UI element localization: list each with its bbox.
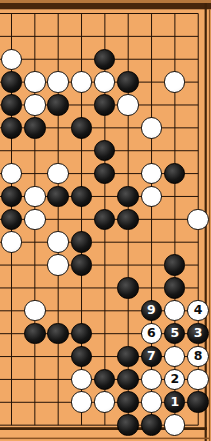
intersection[interactable]: [46, 162, 69, 185]
intersection[interactable]: [0, 139, 23, 162]
intersection[interactable]: [186, 391, 209, 414]
intersection[interactable]: [70, 276, 93, 299]
intersection[interactable]: 6: [140, 322, 163, 345]
intersection[interactable]: [186, 94, 209, 117]
intersection[interactable]: [116, 48, 139, 71]
intersection[interactable]: [23, 48, 46, 71]
white-stone: [94, 391, 115, 412]
intersection[interactable]: [23, 322, 46, 345]
intersection[interactable]: [70, 391, 93, 414]
white-stone: [24, 71, 45, 92]
intersection[interactable]: [116, 71, 139, 94]
move-number: 9: [147, 304, 156, 317]
black-stone: [24, 323, 45, 344]
intersection[interactable]: [46, 231, 69, 254]
intersection[interactable]: [186, 139, 209, 162]
black-stone: [71, 346, 92, 367]
intersection[interactable]: [163, 345, 186, 368]
intersection[interactable]: [0, 162, 23, 185]
intersection[interactable]: [163, 299, 186, 322]
intersection[interactable]: [163, 208, 186, 231]
white-stone: [1, 163, 22, 184]
white-stone: [71, 391, 92, 412]
intersection[interactable]: [93, 162, 116, 185]
black-stone: [117, 277, 138, 298]
black-stone: [164, 254, 185, 275]
intersection[interactable]: [23, 345, 46, 368]
white-stone: [47, 231, 68, 252]
intersection[interactable]: [116, 322, 139, 345]
white-stone: [71, 369, 92, 390]
white-stone: [164, 346, 185, 367]
intersection[interactable]: [0, 391, 23, 414]
black-stone: [187, 391, 208, 412]
intersection[interactable]: [163, 414, 186, 437]
white-stone: [24, 300, 45, 321]
white-stone: 2: [164, 369, 185, 390]
black-stone: [71, 231, 92, 252]
intersection[interactable]: [93, 2, 116, 25]
intersection[interactable]: [0, 25, 23, 48]
intersection[interactable]: [116, 368, 139, 391]
black-stone: [164, 163, 185, 184]
move-number: 7: [147, 350, 156, 363]
intersection[interactable]: [116, 2, 139, 25]
intersection[interactable]: [93, 185, 116, 208]
white-stone: [141, 117, 162, 138]
intersection[interactable]: [46, 345, 69, 368]
intersection[interactable]: [23, 116, 46, 139]
black-stone: 5: [164, 323, 185, 344]
intersection[interactable]: [70, 231, 93, 254]
black-stone: 9: [141, 300, 162, 321]
intersection[interactable]: [116, 276, 139, 299]
intersection[interactable]: [163, 48, 186, 71]
intersection[interactable]: [23, 94, 46, 117]
move-number: 4: [194, 304, 203, 317]
intersection[interactable]: [46, 94, 69, 117]
intersection[interactable]: [23, 71, 46, 94]
intersection[interactable]: [163, 162, 186, 185]
intersection[interactable]: [23, 414, 46, 437]
intersection[interactable]: [116, 25, 139, 48]
white-stone: 4: [187, 300, 208, 321]
intersection[interactable]: [93, 254, 116, 277]
intersection[interactable]: [46, 368, 69, 391]
black-stone: 3: [187, 323, 208, 344]
intersection[interactable]: [116, 231, 139, 254]
intersection[interactable]: [46, 254, 69, 277]
intersection[interactable]: [186, 2, 209, 25]
intersection[interactable]: [0, 345, 23, 368]
intersection[interactable]: 8: [186, 345, 209, 368]
intersection[interactable]: [140, 116, 163, 139]
intersection[interactable]: [0, 368, 23, 391]
intersection[interactable]: [116, 185, 139, 208]
intersection[interactable]: [0, 208, 23, 231]
white-stone: [24, 186, 45, 207]
white-stone: [164, 414, 185, 435]
intersection[interactable]: [186, 162, 209, 185]
intersection[interactable]: [70, 185, 93, 208]
intersection[interactable]: [23, 231, 46, 254]
black-stone: [117, 209, 138, 230]
black-stone: [1, 209, 22, 230]
move-number: 1: [170, 396, 179, 409]
intersection[interactable]: [186, 185, 209, 208]
intersection[interactable]: [93, 391, 116, 414]
intersection[interactable]: [70, 25, 93, 48]
intersection[interactable]: [0, 414, 23, 437]
white-stone: [1, 49, 22, 70]
intersection[interactable]: [93, 71, 116, 94]
intersection[interactable]: [93, 208, 116, 231]
intersection[interactable]: [140, 254, 163, 277]
intersection[interactable]: [0, 276, 23, 299]
intersection[interactable]: [70, 345, 93, 368]
black-stone: [71, 323, 92, 344]
intersection[interactable]: [93, 414, 116, 437]
intersection[interactable]: [70, 299, 93, 322]
move-number: 5: [170, 327, 179, 340]
black-stone: [94, 369, 115, 390]
black-stone: [117, 369, 138, 390]
intersection[interactable]: [93, 116, 116, 139]
white-stone: 6: [141, 323, 162, 344]
intersection[interactable]: [23, 368, 46, 391]
intersection[interactable]: [70, 2, 93, 25]
intersection[interactable]: [46, 2, 69, 25]
intersection[interactable]: [0, 2, 23, 25]
intersection[interactable]: [23, 208, 46, 231]
intersection[interactable]: [70, 254, 93, 277]
white-stone: [164, 71, 185, 92]
intersection[interactable]: [70, 322, 93, 345]
intersection[interactable]: [70, 162, 93, 185]
intersection[interactable]: [140, 208, 163, 231]
black-stone: [24, 117, 45, 138]
intersection[interactable]: [116, 94, 139, 117]
white-stone: [187, 209, 208, 230]
intersection[interactable]: [186, 414, 209, 437]
intersection[interactable]: [140, 48, 163, 71]
black-stone: [47, 186, 68, 207]
black-stone: [71, 117, 92, 138]
black-stone: [94, 209, 115, 230]
intersection[interactable]: [93, 345, 116, 368]
white-stone: [47, 254, 68, 275]
black-stone: [117, 186, 138, 207]
intersection[interactable]: [186, 25, 209, 48]
white-stone: [187, 369, 208, 390]
intersection[interactable]: [186, 254, 209, 277]
intersection[interactable]: [140, 391, 163, 414]
intersection[interactable]: [0, 231, 23, 254]
intersection[interactable]: [93, 368, 116, 391]
intersection[interactable]: [116, 345, 139, 368]
intersection[interactable]: [46, 71, 69, 94]
black-stone: [47, 94, 68, 115]
black-stone: [1, 71, 22, 92]
intersection[interactable]: [46, 139, 69, 162]
intersection[interactable]: [140, 139, 163, 162]
intersection[interactable]: [140, 94, 163, 117]
black-stone: [164, 277, 185, 298]
intersection[interactable]: [186, 368, 209, 391]
intersection[interactable]: [93, 231, 116, 254]
black-stone: [141, 414, 162, 435]
intersection[interactable]: [46, 299, 69, 322]
intersection[interactable]: [23, 25, 46, 48]
intersection[interactable]: [163, 71, 186, 94]
black-stone: [94, 49, 115, 70]
intersection[interactable]: [163, 185, 186, 208]
intersection[interactable]: [140, 276, 163, 299]
white-stone: [1, 231, 22, 252]
intersection[interactable]: [163, 116, 186, 139]
intersection[interactable]: [46, 25, 69, 48]
white-stone: [141, 186, 162, 207]
intersection[interactable]: [46, 414, 69, 437]
white-stone: [47, 71, 68, 92]
intersection[interactable]: [0, 71, 23, 94]
intersection[interactable]: [93, 48, 116, 71]
intersection[interactable]: [0, 116, 23, 139]
intersection[interactable]: [186, 208, 209, 231]
intersection[interactable]: [116, 299, 139, 322]
intersection[interactable]: [46, 48, 69, 71]
intersection[interactable]: [70, 139, 93, 162]
white-stone: [24, 209, 45, 230]
intersection[interactable]: [0, 254, 23, 277]
intersection[interactable]: [23, 162, 46, 185]
go-board: 946537821: [0, 2, 210, 436]
intersection[interactable]: [70, 71, 93, 94]
bottom-outer-shadow: [0, 438, 209, 440]
intersection[interactable]: [0, 94, 23, 117]
intersection[interactable]: [140, 2, 163, 25]
intersection[interactable]: [46, 116, 69, 139]
intersection[interactable]: [186, 71, 209, 94]
white-stone: [141, 391, 162, 412]
intersection[interactable]: [0, 185, 23, 208]
intersection[interactable]: [23, 2, 46, 25]
intersection[interactable]: [186, 116, 209, 139]
intersection[interactable]: [93, 276, 116, 299]
black-stone: [117, 391, 138, 412]
intersection[interactable]: [23, 276, 46, 299]
white-stone: [117, 94, 138, 115]
black-stone: [71, 254, 92, 275]
intersection[interactable]: [0, 48, 23, 71]
intersection[interactable]: [23, 299, 46, 322]
intersection[interactable]: [163, 94, 186, 117]
intersection[interactable]: [140, 414, 163, 437]
black-stone: [47, 323, 68, 344]
move-number: 6: [147, 327, 156, 340]
white-stone: 8: [187, 346, 208, 367]
intersection[interactable]: [93, 25, 116, 48]
white-stone: [71, 71, 92, 92]
intersection[interactable]: [93, 94, 116, 117]
intersection[interactable]: [140, 25, 163, 48]
white-stone: [141, 369, 162, 390]
intersection[interactable]: [23, 391, 46, 414]
intersection[interactable]: [163, 25, 186, 48]
intersection[interactable]: [116, 162, 139, 185]
intersection[interactable]: [70, 116, 93, 139]
white-stone: [47, 163, 68, 184]
intersection[interactable]: [186, 276, 209, 299]
go-diagram: 946537821: [0, 0, 211, 441]
intersection[interactable]: [163, 254, 186, 277]
intersection[interactable]: [140, 368, 163, 391]
white-stone: [141, 163, 162, 184]
intersection[interactable]: [163, 2, 186, 25]
intersection[interactable]: [70, 414, 93, 437]
intersection[interactable]: [0, 299, 23, 322]
intersection[interactable]: [23, 139, 46, 162]
intersection[interactable]: [0, 322, 23, 345]
intersection[interactable]: [186, 48, 209, 71]
black-stone: [117, 71, 138, 92]
intersection[interactable]: 5: [163, 322, 186, 345]
intersection[interactable]: [46, 185, 69, 208]
intersection[interactable]: [93, 139, 116, 162]
black-stone: [1, 117, 22, 138]
intersection[interactable]: [116, 414, 139, 437]
black-stone: [1, 186, 22, 207]
intersection[interactable]: [186, 231, 209, 254]
black-stone: [94, 163, 115, 184]
intersection[interactable]: [116, 208, 139, 231]
move-number: 3: [194, 327, 203, 340]
black-stone: [117, 414, 138, 435]
intersection[interactable]: [93, 299, 116, 322]
intersection[interactable]: [140, 71, 163, 94]
black-stone: 7: [141, 346, 162, 367]
black-stone: 1: [164, 391, 185, 412]
intersection[interactable]: [116, 116, 139, 139]
move-number: 2: [170, 373, 179, 386]
intersection[interactable]: [140, 231, 163, 254]
intersection[interactable]: [163, 231, 186, 254]
black-stone: [1, 94, 22, 115]
intersection[interactable]: [163, 139, 186, 162]
intersection[interactable]: 7: [140, 345, 163, 368]
black-stone: [94, 94, 115, 115]
intersection[interactable]: [116, 391, 139, 414]
white-stone: [94, 71, 115, 92]
intersection[interactable]: [140, 162, 163, 185]
intersection[interactable]: 3: [186, 322, 209, 345]
intersection[interactable]: [70, 94, 93, 117]
white-stone: [24, 94, 45, 115]
intersection[interactable]: [46, 391, 69, 414]
intersection[interactable]: [23, 254, 46, 277]
intersection[interactable]: [70, 48, 93, 71]
intersection[interactable]: [23, 185, 46, 208]
black-stone: [117, 346, 138, 367]
intersection[interactable]: [46, 276, 69, 299]
move-number: 8: [194, 350, 203, 363]
intersection[interactable]: [116, 254, 139, 277]
intersection[interactable]: 2: [163, 368, 186, 391]
intersection[interactable]: [70, 208, 93, 231]
intersection[interactable]: [116, 139, 139, 162]
black-stone: [71, 186, 92, 207]
intersection[interactable]: [70, 368, 93, 391]
black-stone: [94, 140, 115, 161]
intersection[interactable]: [46, 322, 69, 345]
intersection[interactable]: 1: [163, 391, 186, 414]
intersection[interactable]: [93, 322, 116, 345]
white-stone: [164, 300, 185, 321]
intersection[interactable]: [163, 276, 186, 299]
intersection[interactable]: 4: [186, 299, 209, 322]
intersection[interactable]: [140, 185, 163, 208]
intersection[interactable]: [46, 208, 69, 231]
intersection[interactable]: 9: [140, 299, 163, 322]
